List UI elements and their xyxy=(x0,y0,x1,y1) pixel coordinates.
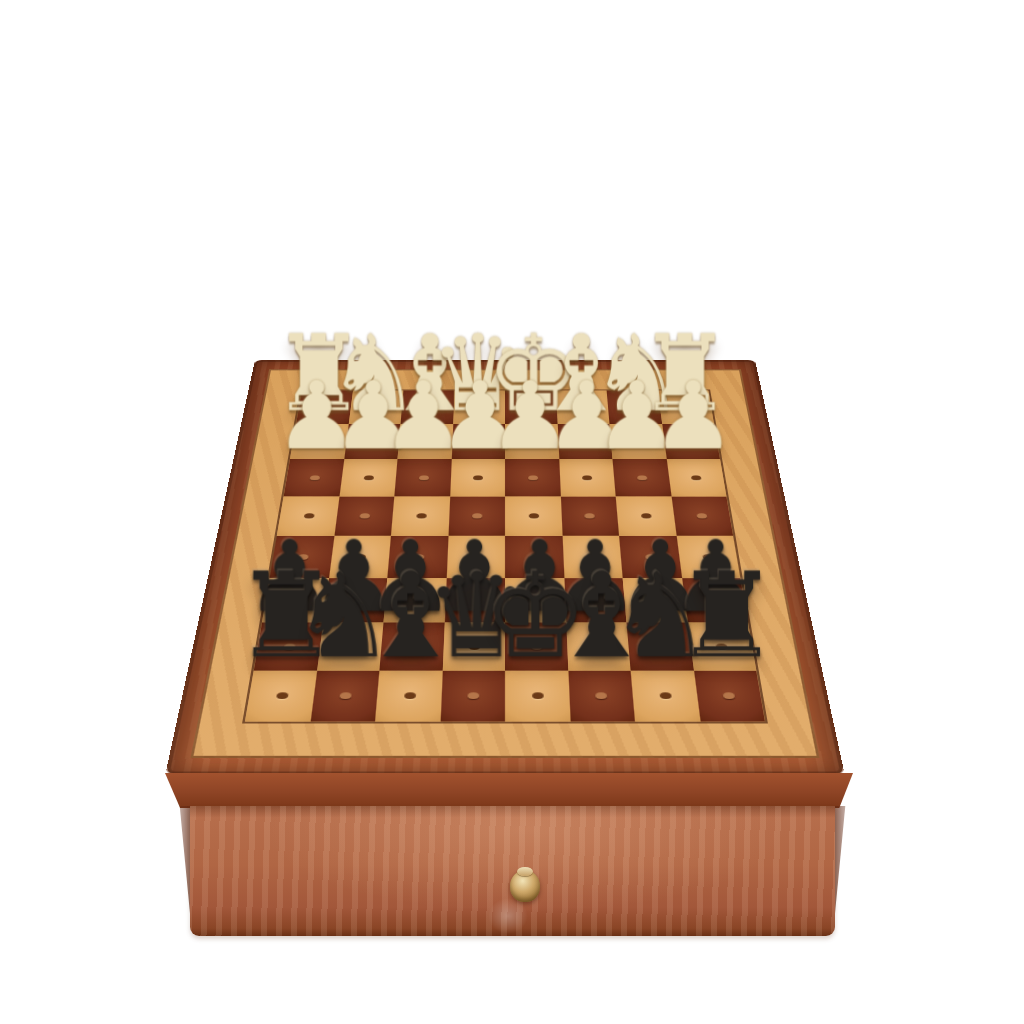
peg-hole xyxy=(645,554,656,559)
board-square: ♝ xyxy=(379,623,444,671)
board-square: ♟ xyxy=(398,424,453,459)
chessboard: ♜♞♝♛♚♝♞♜♟♟♟♟♟♟♟♟♟♟♟♟♟♟♟♟♜♞♝♛♚♝♞♜ xyxy=(242,389,768,723)
board-square: ♟ xyxy=(344,424,401,459)
board-square xyxy=(334,496,394,536)
board-square: ♛ xyxy=(453,391,505,424)
peg-hole xyxy=(527,439,537,444)
board-square: ♞ xyxy=(626,623,693,671)
peg-hole xyxy=(474,439,484,444)
product-photo-canvas: ♜♞♝♛♚♝♞♜♟♟♟♟♟♟♟♟♟♟♟♟♟♟♟♟♜♞♝♛♚♝♞♜ xyxy=(0,0,1024,1024)
peg-hole xyxy=(340,693,352,700)
peg-hole xyxy=(416,514,427,519)
peg-hole xyxy=(315,439,325,444)
board-square: ♞ xyxy=(607,391,662,424)
peg-hole xyxy=(283,643,295,649)
peg-hole xyxy=(345,643,357,649)
peg-hole xyxy=(531,643,542,649)
peg-hole xyxy=(413,554,424,559)
peg-hole xyxy=(372,405,382,409)
board-square xyxy=(676,536,740,578)
board-square xyxy=(245,670,317,721)
board-square xyxy=(391,496,450,536)
board-square xyxy=(631,670,700,721)
peg-hole xyxy=(649,597,661,603)
board-square xyxy=(310,670,379,721)
board-square: ♜ xyxy=(657,391,714,424)
board-square xyxy=(446,536,505,578)
peg-hole xyxy=(590,597,601,603)
board-square: ♟ xyxy=(323,578,388,623)
board-square xyxy=(277,496,339,536)
peg-hole xyxy=(529,554,540,559)
board-square xyxy=(394,459,451,496)
peg-hole xyxy=(585,514,596,519)
board-square xyxy=(671,496,733,536)
board-square: ♟ xyxy=(384,578,447,623)
board-square xyxy=(505,496,562,536)
board-square xyxy=(666,459,726,496)
board-square xyxy=(329,536,391,578)
peg-hole xyxy=(364,475,374,480)
board-square: ♛ xyxy=(442,623,505,671)
peg-hole xyxy=(641,514,652,519)
peg-hole xyxy=(423,405,433,409)
peg-hole xyxy=(404,693,416,700)
board-square xyxy=(375,670,442,721)
peg-hole xyxy=(530,597,541,603)
board-square xyxy=(568,670,635,721)
board-square xyxy=(562,536,623,578)
peg-hole xyxy=(469,643,480,649)
peg-hole xyxy=(350,597,361,603)
board-square: ♜ xyxy=(254,623,323,671)
board-square xyxy=(440,670,505,721)
peg-hole xyxy=(355,554,366,559)
board-square: ♟ xyxy=(505,424,559,459)
board-square: ♟ xyxy=(609,424,666,459)
board-square: ♟ xyxy=(681,578,748,623)
board-square: ♟ xyxy=(444,578,505,623)
board-square: ♜ xyxy=(687,623,756,671)
board-square xyxy=(612,459,671,496)
board-square xyxy=(270,536,334,578)
peg-hole xyxy=(587,554,598,559)
peg-hole xyxy=(580,439,590,444)
board-square: ♝ xyxy=(566,623,631,671)
board-square xyxy=(448,496,505,536)
peg-hole xyxy=(716,643,728,649)
peg-hole xyxy=(686,439,696,444)
board-square: ♟ xyxy=(451,424,505,459)
peg-hole xyxy=(709,597,721,603)
board-square xyxy=(616,496,676,536)
peg-hole xyxy=(419,475,429,480)
peg-hole xyxy=(360,514,371,519)
brass-drawer-knob-icon xyxy=(510,870,540,902)
peg-hole xyxy=(681,405,691,409)
board-square xyxy=(505,670,570,721)
box-lid-top: ♜♞♝♛♚♝♞♜♟♟♟♟♟♟♟♟♟♟♟♟♟♟♟♟♜♞♝♛♚♝♞♜ xyxy=(165,360,844,775)
board-square xyxy=(559,459,616,496)
peg-hole xyxy=(470,597,481,603)
peg-hole xyxy=(529,514,539,519)
peg-hole xyxy=(697,514,708,519)
board-square: ♟ xyxy=(557,424,612,459)
peg-hole xyxy=(290,597,302,603)
board-square: ♞ xyxy=(317,623,384,671)
peg-hole xyxy=(407,643,419,649)
peg-hole xyxy=(532,693,544,700)
peg-hole xyxy=(472,514,482,519)
board-square xyxy=(284,459,344,496)
board-square: ♟ xyxy=(262,578,329,623)
peg-hole xyxy=(629,405,639,409)
board-square: ♚ xyxy=(505,623,568,671)
board-square: ♝ xyxy=(556,391,610,424)
board-square: ♜ xyxy=(296,391,353,424)
peg-hole xyxy=(410,597,421,603)
board-square: ♟ xyxy=(662,424,720,459)
peg-hole xyxy=(633,439,643,444)
peg-hole xyxy=(303,514,314,519)
peg-hole xyxy=(578,405,588,409)
board-square xyxy=(560,496,619,536)
peg-hole xyxy=(691,475,702,480)
board-square: ♞ xyxy=(348,391,403,424)
board-square xyxy=(339,459,398,496)
peg-hole xyxy=(703,554,714,559)
peg-hole xyxy=(471,554,482,559)
board-square xyxy=(387,536,448,578)
board-square xyxy=(450,459,505,496)
peg-hole xyxy=(592,643,604,649)
peg-hole xyxy=(659,693,671,700)
board-square: ♟ xyxy=(564,578,627,623)
peg-hole xyxy=(595,693,607,700)
peg-hole xyxy=(421,439,431,444)
peg-hole xyxy=(582,475,592,480)
board-square: ♝ xyxy=(401,391,455,424)
board-square: ♟ xyxy=(505,578,566,623)
peg-hole xyxy=(637,475,647,480)
board-square: ♟ xyxy=(290,424,348,459)
board-border-frame: ♜♞♝♛♚♝♞♜♟♟♟♟♟♟♟♟♟♟♟♟♟♟♟♟♜♞♝♛♚♝♞♜ xyxy=(190,369,819,758)
box-lid-front-edge xyxy=(165,773,853,808)
peg-hole xyxy=(473,475,483,480)
wood-scuff-mark xyxy=(488,898,528,934)
box-drawer-front xyxy=(190,806,835,936)
board-square xyxy=(505,459,560,496)
board-square xyxy=(693,670,765,721)
peg-hole xyxy=(654,643,666,649)
board-square: ♟ xyxy=(623,578,688,623)
peg-hole xyxy=(309,475,320,480)
peg-hole xyxy=(368,439,378,444)
peg-hole xyxy=(297,554,308,559)
peg-hole xyxy=(528,475,538,480)
peg-hole xyxy=(320,405,330,409)
knob-highlight xyxy=(517,867,533,876)
board-square: ♚ xyxy=(505,391,557,424)
board-square xyxy=(505,536,564,578)
peg-hole xyxy=(723,693,736,700)
peg-hole xyxy=(276,693,289,700)
peg-hole xyxy=(527,405,536,409)
peg-hole xyxy=(475,405,484,409)
board-square xyxy=(619,536,681,578)
peg-hole xyxy=(468,693,480,700)
